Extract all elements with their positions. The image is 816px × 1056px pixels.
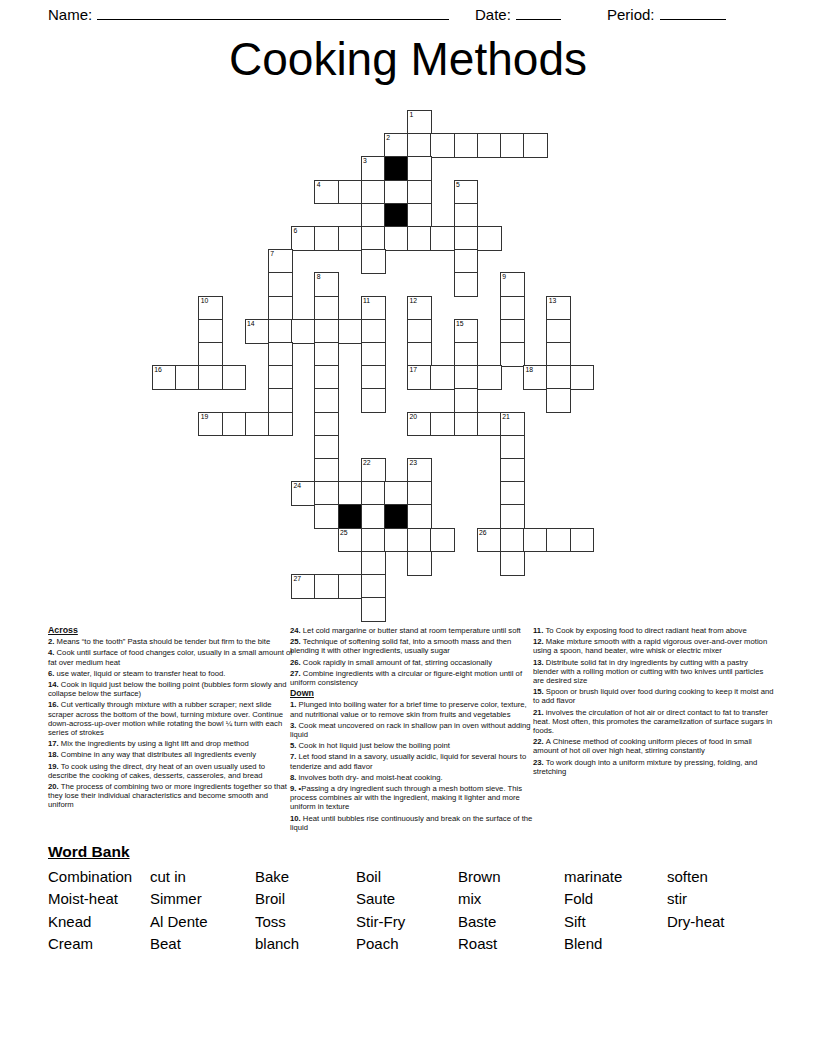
word-bank-word: cut in: [150, 867, 255, 889]
grid-cell[interactable]: 18: [523, 365, 548, 390]
grid-cell[interactable]: [268, 319, 293, 344]
word-bank-word: Blend: [564, 934, 667, 956]
grid-cell[interactable]: [500, 528, 525, 553]
grid-cell[interactable]: [338, 226, 363, 251]
clue-item: 8. involves both dry- and moist-heat coo…: [290, 773, 535, 782]
grid-cell[interactable]: [198, 342, 223, 367]
word-bank-word: Fold: [564, 889, 667, 911]
grid-cell[interactable]: [500, 551, 525, 576]
grid-cell[interactable]: 3: [361, 156, 386, 181]
word-bank-word: Combination: [48, 867, 150, 889]
grid-cell[interactable]: 10: [198, 296, 223, 321]
grid-cell[interactable]: [361, 597, 386, 622]
grid-cell[interactable]: [477, 226, 502, 251]
grid-cell[interactable]: [430, 133, 455, 158]
period-field: Period:: [607, 6, 726, 23]
grid-cell[interactable]: [314, 412, 339, 437]
clue-number: 12: [409, 297, 417, 305]
grid-cell[interactable]: [454, 342, 479, 367]
clue-item: 4. Cook until surface of food changes co…: [48, 648, 293, 666]
word-bank-word: Moist-heat: [48, 889, 150, 911]
grid-cell[interactable]: 8: [314, 272, 339, 297]
grid-cell[interactable]: [500, 458, 525, 483]
clue-item: 25. Technique of softening solid fat, in…: [290, 637, 535, 655]
clue-item: 11. To Cook by exposing food to direct r…: [533, 626, 775, 635]
grid-cell[interactable]: [454, 388, 479, 413]
grid-cell[interactable]: [454, 203, 479, 228]
grid-cell[interactable]: 17: [407, 365, 432, 390]
clue-item: 12. Make mixture smooth with a rapid vig…: [533, 637, 775, 655]
grid-cell[interactable]: [361, 342, 386, 367]
clue-item: 6. use water, liquid or steam to transfe…: [48, 669, 293, 678]
word-bank-word: soften: [667, 867, 759, 889]
grid-cell[interactable]: [500, 481, 525, 506]
clue-item: 3. Cook meat uncovered on rack in shallo…: [290, 721, 535, 739]
grid-cell[interactable]: [546, 528, 571, 553]
word-bank-word: mix: [458, 889, 564, 911]
grid-cell[interactable]: [268, 388, 293, 413]
grid-cell[interactable]: [361, 504, 386, 529]
grid-cell[interactable]: [430, 226, 455, 251]
grid-cell[interactable]: [361, 481, 386, 506]
grid-cell[interactable]: [570, 528, 595, 553]
clue-item: 10. Heat until bubbles rise continuously…: [290, 814, 535, 832]
grid-cell[interactable]: [198, 365, 223, 390]
clue-column-2: 24. Let cold margarine or butter stand a…: [290, 626, 535, 834]
word-bank-word: Bake: [255, 867, 356, 889]
grid-cell[interactable]: [454, 249, 479, 274]
block-cell: [384, 156, 409, 181]
grid-cell[interactable]: [361, 574, 386, 599]
clue-number: 26: [479, 529, 487, 537]
grid-cell[interactable]: 5: [454, 180, 479, 205]
word-bank-word: Sift: [564, 912, 667, 934]
word-bank-word: [667, 934, 759, 956]
grid-cell[interactable]: [454, 365, 479, 390]
grid-cell[interactable]: 6: [291, 226, 316, 251]
name-label: Name:: [48, 6, 92, 23]
word-bank-word: Cream: [48, 934, 150, 956]
word-bank-word: blanch: [255, 934, 356, 956]
grid-cell[interactable]: [407, 203, 432, 228]
clue-item: 19. To cook using the direct, dry heat o…: [48, 762, 293, 780]
grid-cell[interactable]: [407, 319, 432, 344]
grid-cell[interactable]: [361, 319, 386, 344]
grid-cell[interactable]: 19: [198, 412, 223, 437]
clue-number: 18: [525, 366, 533, 374]
word-bank-word: Knead: [48, 912, 150, 934]
word-bank: Combinationcut inBakeBoilBrownmarinateso…: [48, 867, 759, 956]
date-label: Date:: [475, 6, 511, 23]
word-bank-word: Poach: [356, 934, 458, 956]
grid-cell[interactable]: [268, 412, 293, 437]
grid-cell[interactable]: [222, 365, 247, 390]
date-blank-line: [516, 6, 561, 20]
grid-cell[interactable]: [222, 412, 247, 437]
grid-cell[interactable]: [198, 319, 223, 344]
grid-cell[interactable]: [477, 412, 502, 437]
clue-section-header: Down: [290, 689, 535, 698]
grid-cell[interactable]: [407, 551, 432, 576]
block-cell: [338, 504, 363, 529]
name-blank-line: [97, 6, 449, 20]
grid-cell[interactable]: [407, 156, 432, 181]
grid-cell[interactable]: [477, 365, 502, 390]
name-field: Name:: [48, 6, 449, 23]
grid-cell[interactable]: [384, 528, 409, 553]
clue-item: 23. To work dough into a uniform mixture…: [533, 758, 775, 776]
grid-cell[interactable]: [314, 435, 339, 460]
grid-cell[interactable]: [314, 296, 339, 321]
clue-number: 9: [502, 273, 506, 281]
grid-cell[interactable]: 24: [291, 481, 316, 506]
grid-cell[interactable]: [314, 458, 339, 483]
grid-cell[interactable]: [268, 296, 293, 321]
grid-cell[interactable]: [407, 342, 432, 367]
grid-cell[interactable]: [384, 226, 409, 251]
clue-item: 18. Combine in any way that distributes …: [48, 750, 293, 759]
clue-number: 11: [363, 297, 370, 305]
word-bank-word: Toss: [255, 912, 356, 934]
grid-cell[interactable]: [454, 412, 479, 437]
grid-cell[interactable]: [500, 435, 525, 460]
clue-number: 3: [363, 157, 367, 165]
grid-cell[interactable]: [314, 342, 339, 367]
grid-cell[interactable]: [430, 365, 455, 390]
grid-cell[interactable]: [430, 528, 455, 553]
word-bank-word: Saute: [356, 889, 458, 911]
grid-cell[interactable]: [245, 412, 270, 437]
grid-cell[interactable]: 22: [361, 458, 386, 483]
grid-cell[interactable]: [314, 481, 339, 506]
crossword-grid: 1234567891011121314151617181920212223242…: [152, 110, 595, 622]
grid-cell[interactable]: [500, 504, 525, 529]
grid-cell[interactable]: [291, 319, 316, 344]
grid-cell[interactable]: 1: [407, 110, 432, 135]
clue-number: 6: [293, 227, 297, 235]
grid-cell[interactable]: [500, 342, 525, 367]
word-bank-word: Boil: [356, 867, 458, 889]
grid-cell[interactable]: [361, 203, 386, 228]
page-title: Cooking Methods: [0, 34, 816, 84]
grid-cell[interactable]: [338, 180, 363, 205]
clue-item: 17. Mix the ingredients by using a light…: [48, 739, 293, 748]
clue-number: 13: [549, 297, 557, 305]
grid-cell[interactable]: [314, 365, 339, 390]
grid-cell[interactable]: [523, 133, 548, 158]
grid-cell[interactable]: [546, 342, 571, 367]
clue-item: 20. The process of combining two or more…: [48, 782, 293, 810]
word-bank-word: Simmer: [150, 889, 255, 911]
grid-cell[interactable]: [268, 365, 293, 390]
grid-cell[interactable]: [500, 319, 525, 344]
clue-item: 21. involves the circulation of hot air …: [533, 708, 775, 736]
grid-cell[interactable]: [268, 272, 293, 297]
clue-item: 22. A Chinese method of cooking uniform …: [533, 737, 775, 755]
clue-item: 13. Distribute solid fat in dry ingredie…: [533, 658, 775, 686]
grid-cell[interactable]: [407, 180, 432, 205]
grid-cell[interactable]: 16: [152, 365, 177, 390]
grid-cell[interactable]: [314, 226, 339, 251]
clue-number: 27: [293, 575, 301, 583]
clue-number: 2: [386, 134, 390, 142]
grid-cell[interactable]: [361, 388, 386, 413]
date-field: Date:: [475, 6, 561, 23]
clue-item: 27. Combine ingredients with a circular …: [290, 669, 535, 687]
grid-cell[interactable]: 23: [407, 458, 432, 483]
grid-cell[interactable]: 7: [268, 249, 293, 274]
word-bank-word: Al Dente: [150, 912, 255, 934]
grid-cell[interactable]: [314, 504, 339, 529]
grid-cell[interactable]: [384, 180, 409, 205]
block-cell: [384, 504, 409, 529]
grid-cell[interactable]: [407, 133, 432, 158]
grid-cell[interactable]: [361, 551, 386, 576]
clue-column-1: Across2. Means “to the tooth” Pasta shou…: [48, 626, 293, 812]
grid-cell[interactable]: 11: [361, 296, 386, 321]
clue-number: 14: [247, 320, 255, 328]
clue-item: 9. •Passing a dry ingredient such throug…: [290, 784, 535, 812]
grid-cell[interactable]: 2: [384, 133, 409, 158]
grid-cell[interactable]: [454, 133, 479, 158]
grid-cell[interactable]: [268, 342, 293, 367]
clue-item: 7. Let food stand in a savory, usually a…: [290, 752, 535, 770]
word-bank-word: Brown: [458, 867, 564, 889]
clue-number: 24: [293, 482, 301, 490]
word-bank-word: Beat: [150, 934, 255, 956]
clue-number: 8: [317, 273, 321, 281]
grid-cell[interactable]: [361, 226, 386, 251]
grid-cell[interactable]: 27: [291, 574, 316, 599]
grid-cell[interactable]: [523, 528, 548, 553]
clue-item: 5. Cook in hot liquid just below the boi…: [290, 741, 535, 750]
word-bank-header: Word Bank: [48, 843, 130, 861]
clue-number: 21: [502, 413, 510, 421]
period-blank-line: [660, 6, 726, 20]
clue-number: 4: [317, 181, 321, 189]
grid-cell[interactable]: [546, 388, 571, 413]
clue-number: 1: [409, 111, 413, 119]
grid-cell[interactable]: [314, 319, 339, 344]
grid-cell[interactable]: 15: [454, 319, 479, 344]
grid-cell[interactable]: [361, 528, 386, 553]
grid-cell[interactable]: [384, 481, 409, 506]
grid-cell[interactable]: [314, 574, 339, 599]
grid-cell[interactable]: [500, 133, 525, 158]
grid-cell[interactable]: [407, 481, 432, 506]
grid-cell[interactable]: 13: [546, 296, 571, 321]
clue-number: 16: [154, 366, 162, 374]
clue-number: 20: [409, 413, 417, 421]
clue-number: 22: [363, 459, 371, 467]
clue-number: 25: [340, 529, 348, 537]
grid-cell[interactable]: [407, 528, 432, 553]
grid-cell[interactable]: 26: [477, 528, 502, 553]
grid-cell[interactable]: [454, 272, 479, 297]
clue-section-header: Across: [48, 626, 293, 635]
period-label: Period:: [607, 6, 655, 23]
grid-cell[interactable]: [338, 319, 363, 344]
grid-cell[interactable]: [314, 388, 339, 413]
grid-cell[interactable]: [338, 481, 363, 506]
word-bank-word: Stir-Fry: [356, 912, 458, 934]
clue-number: 15: [456, 320, 464, 328]
grid-cell[interactable]: [430, 412, 455, 437]
clue-item: 15. Spoon or brush liquid over food duri…: [533, 687, 775, 705]
grid-cell[interactable]: [361, 365, 386, 390]
block-cell: [384, 203, 409, 228]
word-bank-word: stir: [667, 889, 759, 911]
clue-item: 1. Plunged into boiling water for a brie…: [290, 700, 535, 718]
clue-item: 24. Let cold margarine or butter stand a…: [290, 626, 535, 635]
clue-number: 19: [201, 413, 209, 421]
grid-cell[interactable]: [338, 574, 363, 599]
word-bank-word: Baste: [458, 912, 564, 934]
word-bank-word: Broil: [255, 889, 356, 911]
grid-cell[interactable]: 4: [314, 180, 339, 205]
grid-cell[interactable]: [570, 365, 595, 390]
clue-number: 17: [409, 366, 417, 374]
clue-number: 10: [201, 297, 209, 305]
clue-item: 2. Means “to the tooth” Pasta should be …: [48, 637, 293, 646]
clue-item: 16. Cut vertically through mixture with …: [48, 700, 293, 737]
grid-cell[interactable]: [546, 365, 571, 390]
word-bank-word: marinate: [564, 867, 667, 889]
clue-number: 5: [456, 181, 460, 189]
grid-cell[interactable]: 14: [245, 319, 270, 344]
grid-cell[interactable]: [500, 296, 525, 321]
grid-cell[interactable]: [407, 226, 432, 251]
clue-column-3: 11. To Cook by exposing food to direct r…: [533, 626, 775, 778]
clue-number: 7: [270, 250, 274, 258]
word-bank-word: Dry-heat: [667, 912, 759, 934]
grid-cell[interactable]: 9: [500, 272, 525, 297]
clue-item: 14. Cook in liquid just below the boilin…: [48, 680, 293, 698]
grid-cell[interactable]: [477, 133, 502, 158]
grid-cell[interactable]: 21: [500, 412, 525, 437]
word-bank-word: Roast: [458, 934, 564, 956]
grid-cell[interactable]: [361, 249, 386, 274]
grid-cell[interactable]: [546, 319, 571, 344]
grid-cell[interactable]: 20: [407, 412, 432, 437]
grid-cell[interactable]: [175, 365, 200, 390]
clue-item: 26. Cook rapidly in small amount of fat,…: [290, 658, 535, 667]
clue-number: 23: [409, 459, 417, 467]
grid-cell[interactable]: 25: [338, 528, 363, 553]
grid-cell[interactable]: [454, 226, 479, 251]
grid-cell[interactable]: [361, 180, 386, 205]
grid-cell[interactable]: 12: [407, 296, 432, 321]
grid-cell[interactable]: [407, 504, 432, 529]
